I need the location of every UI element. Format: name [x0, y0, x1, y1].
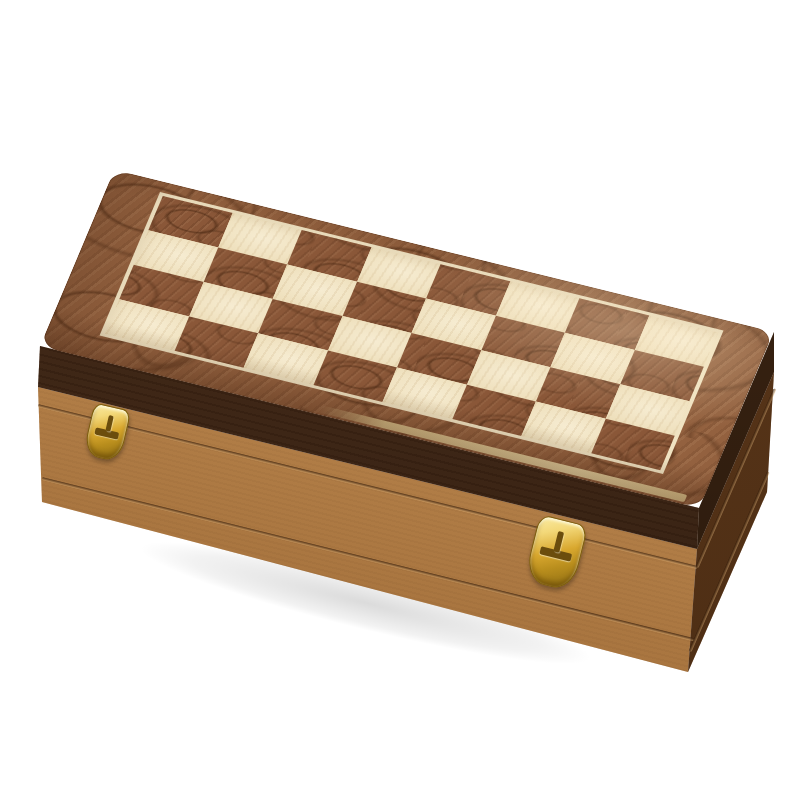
- product-photo: Product photo on a white background: a c…: [0, 0, 800, 800]
